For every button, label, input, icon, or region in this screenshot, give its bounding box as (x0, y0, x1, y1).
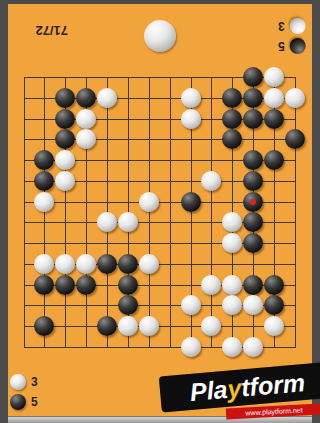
stone-black (76, 275, 96, 295)
stone-black (34, 275, 54, 295)
stone-black (118, 254, 138, 274)
stone-black (243, 233, 263, 253)
player-capture-panel: 3 5 (10, 373, 38, 411)
stone-white (264, 67, 284, 87)
stone-white (201, 316, 221, 336)
stone-black (55, 88, 75, 108)
capture-row-white: 3 (10, 373, 38, 391)
grid-line-vertical (170, 77, 171, 348)
stone-black (264, 109, 284, 129)
stone-white (34, 192, 54, 212)
grid-line-vertical (295, 77, 296, 348)
stone-black (243, 275, 263, 295)
stone-black (97, 316, 117, 336)
black-stone-icon (290, 38, 306, 54)
stone-white (97, 212, 117, 232)
last-move-marker (250, 199, 256, 205)
stone-black (97, 254, 117, 274)
stone-black (118, 275, 138, 295)
white-stone-icon (10, 374, 26, 390)
grid-line-vertical (149, 77, 150, 348)
stone-black (222, 88, 242, 108)
white-stone-icon (290, 18, 306, 34)
stone-white (34, 254, 54, 274)
stone-white (76, 109, 96, 129)
stone-white (118, 316, 138, 336)
stone-black (76, 88, 96, 108)
opponent-capture-panel: 5 3 (278, 17, 306, 55)
stone-black (34, 171, 54, 191)
stone-white (201, 275, 221, 295)
stone-white (181, 337, 201, 357)
screen-frame-right (312, 0, 320, 423)
stone-black (34, 150, 54, 170)
stone-black (243, 171, 263, 191)
stone-white (222, 212, 242, 232)
white-capture-count: 3 (278, 19, 285, 33)
board[interactable] (0, 0, 320, 423)
stone-white (55, 254, 75, 274)
stone-black (285, 129, 305, 149)
capture-row-black: 5 (278, 37, 306, 55)
stone-black (55, 109, 75, 129)
stone-white (264, 316, 284, 336)
grid-line-vertical (211, 77, 212, 348)
black-stone-icon (10, 394, 26, 410)
stone-white (76, 129, 96, 149)
capture-row-white: 3 (278, 17, 306, 35)
stone-black (243, 192, 263, 212)
stone-white (181, 295, 201, 315)
stone-black (34, 316, 54, 336)
stone-white (222, 337, 242, 357)
stone-white (76, 254, 96, 274)
stone-white (55, 150, 75, 170)
stone-white (243, 337, 263, 357)
playtform-logo-text: Playtform (189, 368, 306, 407)
capture-row-black: 5 (10, 393, 38, 411)
stone-white (264, 88, 284, 108)
move-counter: 71/72 (20, 22, 68, 38)
stone-white (222, 275, 242, 295)
white-capture-count: 3 (31, 375, 38, 389)
stone-black (222, 109, 242, 129)
stone-black (264, 150, 284, 170)
stone-black (264, 295, 284, 315)
stone-white (285, 88, 305, 108)
game-screen: 71/72 5 3 3 5 Playtform www.playtform.ne… (0, 0, 320, 423)
stone-black (181, 192, 201, 212)
stone-white (118, 212, 138, 232)
stone-white (243, 295, 263, 315)
stone-black (243, 212, 263, 232)
screen-frame-top (0, 0, 320, 4)
black-capture-count: 5 (31, 395, 38, 409)
stone-white (55, 171, 75, 191)
stone-white (222, 233, 242, 253)
stone-black (243, 67, 263, 87)
turn-indicator-white-stone-icon (144, 20, 176, 52)
stone-white (139, 192, 159, 212)
black-capture-count: 5 (278, 39, 285, 53)
grid-line-horizontal (24, 326, 296, 327)
playtform-url: www.playtform.net (245, 407, 302, 417)
stone-black (118, 295, 138, 315)
stone-black (243, 88, 263, 108)
stone-white (139, 316, 159, 336)
stone-white (181, 109, 201, 129)
stone-black (55, 129, 75, 149)
stone-black (55, 275, 75, 295)
stone-black (264, 275, 284, 295)
stone-black (222, 129, 242, 149)
stone-white (222, 295, 242, 315)
stone-white (97, 88, 117, 108)
screen-frame-left (0, 0, 8, 423)
stone-white (181, 88, 201, 108)
stone-black (243, 109, 263, 129)
stone-white (201, 171, 221, 191)
stone-black (243, 150, 263, 170)
stone-white (139, 254, 159, 274)
